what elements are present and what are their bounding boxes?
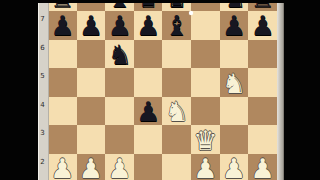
black-knight-c6[interactable]: ♞ [105,34,134,68]
white-pawn-h2[interactable]: ♟ [248,148,277,180]
rank-label-4: 4 [38,102,48,109]
white-bishop-f1[interactable]: ♝ [191,177,220,180]
piece-layer: ♜♝♛♚♞♜♟♟♟♟♝♟♟♞♞♟♞♛♟♟♟♟♟♟♜♝♚♝♜ [48,0,277,180]
rank-label-3: 3 [38,130,48,137]
video-frame: ♜♝♛♚♞♜♟♟♟♟♝♟♟♞♞♟♞♛♟♟♟♟♟♟♜♝♚♝♜ 87654321 [0,0,320,180]
white-pawn-f2[interactable]: ♟ [191,148,220,180]
white-pawn-c2[interactable]: ♟ [105,148,134,180]
black-pawn-d4[interactable]: ♟ [134,91,163,125]
left-black-bar [0,0,38,180]
white-knight-g5[interactable]: ♞ [220,63,249,97]
black-bishop-e7[interactable]: ♝ [162,5,191,39]
black-pawn-b7[interactable]: ♟ [77,5,106,39]
board-right-edge [277,0,284,180]
rank-label-7: 7 [38,16,48,23]
rank-label-5: 5 [38,73,48,80]
right-black-bar [284,0,320,180]
white-rook-h1[interactable]: ♜ [248,177,277,180]
white-king-e1[interactable]: ♚ [162,177,191,180]
black-pawn-a7[interactable]: ♟ [48,5,77,39]
rank-label-strip: 87654321 [38,0,49,180]
black-pawn-h7[interactable]: ♟ [248,5,277,39]
white-pawn-b2[interactable]: ♟ [77,148,106,180]
white-pawn-g2[interactable]: ♟ [220,148,249,180]
cursor-dot [189,11,193,15]
white-bishop-c1[interactable]: ♝ [105,177,134,180]
black-pawn-g7[interactable]: ♟ [220,5,249,39]
white-knight-e4[interactable]: ♞ [162,91,191,125]
black-pawn-d7[interactable]: ♟ [134,5,163,39]
rank-label-2: 2 [38,159,48,166]
top-black-bar [0,0,320,3]
white-pawn-a2[interactable]: ♟ [48,148,77,180]
white-rook-a1[interactable]: ♜ [48,177,77,180]
rank-label-6: 6 [38,45,48,52]
